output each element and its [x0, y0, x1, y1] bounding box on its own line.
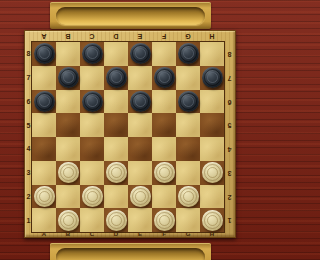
- rank-label-right-5: 5: [224, 113, 235, 137]
- file-label-bottom-f: F: [152, 232, 176, 237]
- square-h2[interactable]: [200, 185, 224, 209]
- rank-label-right-2: 2: [224, 185, 235, 209]
- square-a1[interactable]: [32, 208, 56, 232]
- square-d2[interactable]: [104, 185, 128, 209]
- square-d5[interactable]: [104, 113, 128, 137]
- square-c6[interactable]: [80, 90, 104, 114]
- white-piece[interactable]: [178, 186, 199, 207]
- square-b2[interactable]: [56, 185, 80, 209]
- square-b5[interactable]: [56, 113, 80, 137]
- square-f4[interactable]: [152, 137, 176, 161]
- board-grid: [32, 42, 224, 232]
- square-b4[interactable]: [56, 137, 80, 161]
- piece-tray-top: [50, 2, 211, 29]
- piece-tray-bottom: [50, 243, 211, 260]
- square-g2[interactable]: [176, 185, 200, 209]
- rank-label-left-8: 8: [25, 42, 32, 66]
- square-h5[interactable]: [200, 113, 224, 137]
- file-label-bottom-b: B: [56, 232, 80, 237]
- square-a3[interactable]: [32, 161, 56, 185]
- black-piece[interactable]: [34, 91, 55, 112]
- square-g5[interactable]: [176, 113, 200, 137]
- file-label-top-c: C: [80, 31, 104, 42]
- square-b6[interactable]: [56, 90, 80, 114]
- square-h3[interactable]: [200, 161, 224, 185]
- piece-tray-bottom-groove: [56, 248, 205, 260]
- white-piece[interactable]: [106, 210, 127, 231]
- square-e8[interactable]: [128, 42, 152, 66]
- square-f6[interactable]: [152, 90, 176, 114]
- rank-label-left-3: 3: [25, 161, 32, 185]
- square-h8[interactable]: [200, 42, 224, 66]
- files-top: ABCDEFGH: [32, 31, 224, 42]
- square-f1[interactable]: [152, 208, 176, 232]
- black-piece[interactable]: [82, 91, 103, 112]
- rank-label-right-8: 8: [224, 42, 235, 66]
- square-c8[interactable]: [80, 42, 104, 66]
- square-e3[interactable]: [128, 161, 152, 185]
- square-h7[interactable]: [200, 66, 224, 90]
- file-label-bottom-g: G: [176, 232, 200, 237]
- square-g4[interactable]: [176, 137, 200, 161]
- square-d3[interactable]: [104, 161, 128, 185]
- square-c5[interactable]: [80, 113, 104, 137]
- files-bottom: ABCDEFGH: [32, 232, 224, 237]
- rank-label-left-7: 7: [25, 66, 32, 90]
- square-f2[interactable]: [152, 185, 176, 209]
- square-f7[interactable]: [152, 66, 176, 90]
- white-piece[interactable]: [58, 210, 79, 231]
- rank-label-right-4: 4: [224, 137, 235, 161]
- square-d1[interactable]: [104, 208, 128, 232]
- rank-label-right-1: 1: [224, 208, 235, 232]
- file-label-top-b: B: [56, 31, 80, 42]
- square-e1[interactable]: [128, 208, 152, 232]
- rank-label-left-1: 1: [25, 208, 32, 232]
- ranks-right: 87654321: [224, 42, 235, 232]
- square-f5[interactable]: [152, 113, 176, 137]
- square-b3[interactable]: [56, 161, 80, 185]
- square-e7[interactable]: [128, 66, 152, 90]
- file-label-top-h: H: [200, 31, 224, 42]
- white-piece[interactable]: [130, 186, 151, 207]
- square-g6[interactable]: [176, 90, 200, 114]
- square-d6[interactable]: [104, 90, 128, 114]
- ranks-left: 87654321: [25, 42, 32, 232]
- rank-label-right-3: 3: [224, 161, 235, 185]
- square-b8[interactable]: [56, 42, 80, 66]
- square-g1[interactable]: [176, 208, 200, 232]
- black-piece[interactable]: [34, 43, 55, 64]
- square-a4[interactable]: [32, 137, 56, 161]
- square-d8[interactable]: [104, 42, 128, 66]
- white-piece[interactable]: [82, 186, 103, 207]
- black-piece[interactable]: [130, 43, 151, 64]
- square-c7[interactable]: [80, 66, 104, 90]
- square-e4[interactable]: [128, 137, 152, 161]
- square-f8[interactable]: [152, 42, 176, 66]
- square-e6[interactable]: [128, 90, 152, 114]
- square-b1[interactable]: [56, 208, 80, 232]
- white-piece[interactable]: [58, 162, 79, 183]
- black-piece[interactable]: [178, 43, 199, 64]
- square-f3[interactable]: [152, 161, 176, 185]
- white-piece[interactable]: [202, 210, 223, 231]
- black-piece[interactable]: [106, 67, 127, 88]
- file-label-bottom-c: C: [80, 232, 104, 237]
- white-piece[interactable]: [202, 162, 223, 183]
- square-c2[interactable]: [80, 185, 104, 209]
- rank-label-left-4: 4: [25, 137, 32, 161]
- square-e2[interactable]: [128, 185, 152, 209]
- app-background: { "game": "checkers", "app": { "descript…: [0, 0, 260, 260]
- file-label-bottom-d: D: [104, 232, 128, 237]
- square-h1[interactable]: [200, 208, 224, 232]
- file-label-bottom-a: A: [32, 232, 56, 237]
- square-g8[interactable]: [176, 42, 200, 66]
- black-piece[interactable]: [58, 67, 79, 88]
- rank-label-left-2: 2: [25, 185, 32, 209]
- rank-label-right-6: 6: [224, 90, 235, 114]
- square-g7[interactable]: [176, 66, 200, 90]
- square-c3[interactable]: [80, 161, 104, 185]
- white-piece[interactable]: [154, 210, 175, 231]
- file-label-top-d: D: [104, 31, 128, 42]
- file-label-top-f: F: [152, 31, 176, 42]
- file-label-bottom-e: E: [128, 232, 152, 237]
- square-d4[interactable]: [104, 137, 128, 161]
- rank-label-left-5: 5: [25, 113, 32, 137]
- square-a7[interactable]: [32, 66, 56, 90]
- white-piece[interactable]: [154, 162, 175, 183]
- rank-label-right-7: 7: [224, 66, 235, 90]
- file-label-top-a: A: [32, 31, 56, 42]
- square-a5[interactable]: [32, 113, 56, 137]
- file-label-top-g: G: [176, 31, 200, 42]
- file-label-bottom-h: H: [200, 232, 224, 237]
- square-h6[interactable]: [200, 90, 224, 114]
- rank-label-left-6: 6: [25, 90, 32, 114]
- piece-tray-top-groove: [56, 7, 205, 25]
- square-a6[interactable]: [32, 90, 56, 114]
- square-b7[interactable]: [56, 66, 80, 90]
- black-piece[interactable]: [202, 67, 223, 88]
- checkers-board: ABCDEFGH 87654321 87654321 ABCDEFGH: [24, 30, 236, 238]
- square-d7[interactable]: [104, 66, 128, 90]
- square-c1[interactable]: [80, 208, 104, 232]
- white-piece[interactable]: [34, 186, 55, 207]
- black-piece[interactable]: [154, 67, 175, 88]
- square-a8[interactable]: [32, 42, 56, 66]
- white-piece[interactable]: [106, 162, 127, 183]
- black-piece[interactable]: [130, 91, 151, 112]
- square-a2[interactable]: [32, 185, 56, 209]
- square-e5[interactable]: [128, 113, 152, 137]
- black-piece[interactable]: [82, 43, 103, 64]
- black-piece[interactable]: [178, 91, 199, 112]
- file-label-top-e: E: [128, 31, 152, 42]
- square-g3[interactable]: [176, 161, 200, 185]
- square-h4[interactable]: [200, 137, 224, 161]
- square-c4[interactable]: [80, 137, 104, 161]
